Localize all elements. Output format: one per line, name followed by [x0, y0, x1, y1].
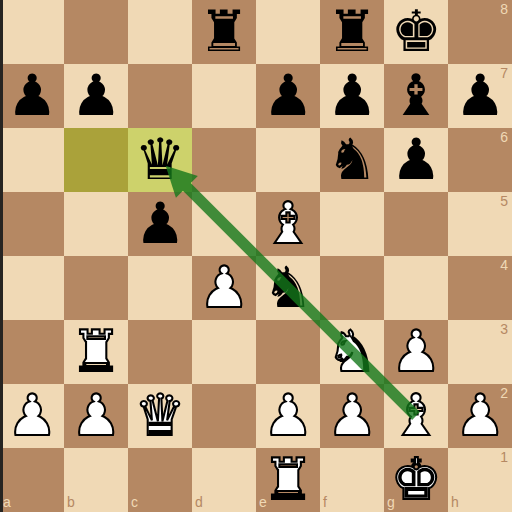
- square-g6[interactable]: ♟: [384, 128, 448, 192]
- black-rook-piece[interactable]: ♜: [198, 3, 249, 60]
- white-knight-piece[interactable]: ♞: [326, 323, 377, 380]
- black-pawn-piece[interactable]: ♟: [262, 67, 313, 124]
- square-g5[interactable]: [384, 192, 448, 256]
- square-f3[interactable]: ♞: [320, 320, 384, 384]
- square-e4[interactable]: ♞: [256, 256, 320, 320]
- white-pawn-piece[interactable]: ♟: [198, 259, 249, 316]
- square-e5[interactable]: ♝: [256, 192, 320, 256]
- square-a5[interactable]: [0, 192, 64, 256]
- square-d3[interactable]: [192, 320, 256, 384]
- square-d6[interactable]: [192, 128, 256, 192]
- black-pawn-piece[interactable]: ♟: [454, 67, 505, 124]
- square-f2[interactable]: ♟: [320, 384, 384, 448]
- square-d7[interactable]: [192, 64, 256, 128]
- square-h3[interactable]: [448, 320, 512, 384]
- white-rook-piece[interactable]: ♜: [70, 323, 121, 380]
- square-d5[interactable]: [192, 192, 256, 256]
- black-pawn-piece[interactable]: ♟: [134, 195, 185, 252]
- white-bishop-piece[interactable]: ♝: [390, 387, 441, 444]
- square-d4[interactable]: ♟: [192, 256, 256, 320]
- square-g4[interactable]: [384, 256, 448, 320]
- square-e3[interactable]: [256, 320, 320, 384]
- white-pawn-piece[interactable]: ♟: [454, 387, 505, 444]
- square-h4[interactable]: [448, 256, 512, 320]
- square-c1[interactable]: [128, 448, 192, 512]
- black-knight-piece[interactable]: ♞: [326, 131, 377, 188]
- square-g8[interactable]: ♚: [384, 0, 448, 64]
- black-pawn-piece[interactable]: ♟: [326, 67, 377, 124]
- square-d8[interactable]: ♜: [192, 0, 256, 64]
- square-a7[interactable]: ♟: [0, 64, 64, 128]
- left-edge-strip: [0, 0, 3, 512]
- square-b7[interactable]: ♟: [64, 64, 128, 128]
- black-pawn-piece[interactable]: ♟: [390, 131, 441, 188]
- square-b2[interactable]: ♟: [64, 384, 128, 448]
- square-h2[interactable]: ♟: [448, 384, 512, 448]
- square-g3[interactable]: ♟: [384, 320, 448, 384]
- white-pawn-piece[interactable]: ♟: [6, 387, 57, 444]
- black-king-piece[interactable]: ♚: [390, 3, 441, 60]
- square-c2[interactable]: ♛: [128, 384, 192, 448]
- square-d2[interactable]: [192, 384, 256, 448]
- square-a3[interactable]: [0, 320, 64, 384]
- chess-board[interactable]: ♜♜♚♟♟♟♟♝♟♛♞♟♟♝♟♞♜♞♟♟♟♛♟♟♝♟♜♚: [0, 0, 512, 512]
- square-h1[interactable]: [448, 448, 512, 512]
- square-e1[interactable]: ♜: [256, 448, 320, 512]
- square-c6[interactable]: ♛: [128, 128, 192, 192]
- square-b6[interactable]: [64, 128, 128, 192]
- black-queen-piece[interactable]: ♛: [134, 131, 185, 188]
- white-pawn-piece[interactable]: ♟: [70, 387, 121, 444]
- black-bishop-piece[interactable]: ♝: [390, 67, 441, 124]
- white-bishop-piece[interactable]: ♝: [262, 195, 313, 252]
- black-pawn-piece[interactable]: ♟: [70, 67, 121, 124]
- square-g7[interactable]: ♝: [384, 64, 448, 128]
- square-h5[interactable]: [448, 192, 512, 256]
- square-h6[interactable]: [448, 128, 512, 192]
- square-h7[interactable]: ♟: [448, 64, 512, 128]
- square-f8[interactable]: ♜: [320, 0, 384, 64]
- square-a1[interactable]: [0, 448, 64, 512]
- square-f4[interactable]: [320, 256, 384, 320]
- square-b8[interactable]: [64, 0, 128, 64]
- black-knight-piece[interactable]: ♞: [262, 259, 313, 316]
- square-a8[interactable]: [0, 0, 64, 64]
- square-a6[interactable]: [0, 128, 64, 192]
- white-rook-piece[interactable]: ♜: [262, 451, 313, 508]
- square-a2[interactable]: ♟: [0, 384, 64, 448]
- square-a4[interactable]: [0, 256, 64, 320]
- white-pawn-piece[interactable]: ♟: [262, 387, 313, 444]
- board-area: ♜♜♚♟♟♟♟♝♟♛♞♟♟♝♟♞♜♞♟♟♟♛♟♟♝♟♜♚ abcdefgh123…: [0, 0, 512, 512]
- square-e2[interactable]: ♟: [256, 384, 320, 448]
- square-g1[interactable]: ♚: [384, 448, 448, 512]
- square-e7[interactable]: ♟: [256, 64, 320, 128]
- white-pawn-piece[interactable]: ♟: [390, 323, 441, 380]
- square-f1[interactable]: [320, 448, 384, 512]
- square-f5[interactable]: [320, 192, 384, 256]
- square-f6[interactable]: ♞: [320, 128, 384, 192]
- square-d1[interactable]: [192, 448, 256, 512]
- white-pawn-piece[interactable]: ♟: [326, 387, 377, 444]
- square-h8[interactable]: [448, 0, 512, 64]
- square-b5[interactable]: [64, 192, 128, 256]
- square-g2[interactable]: ♝: [384, 384, 448, 448]
- square-e8[interactable]: [256, 0, 320, 64]
- square-b1[interactable]: [64, 448, 128, 512]
- square-c8[interactable]: [128, 0, 192, 64]
- square-c3[interactable]: [128, 320, 192, 384]
- square-c4[interactable]: [128, 256, 192, 320]
- square-c5[interactable]: ♟: [128, 192, 192, 256]
- square-f7[interactable]: ♟: [320, 64, 384, 128]
- square-c7[interactable]: [128, 64, 192, 128]
- square-b3[interactable]: ♜: [64, 320, 128, 384]
- white-king-piece[interactable]: ♚: [390, 451, 441, 508]
- white-queen-piece[interactable]: ♛: [134, 387, 185, 444]
- black-rook-piece[interactable]: ♜: [326, 3, 377, 60]
- square-e6[interactable]: [256, 128, 320, 192]
- black-pawn-piece[interactable]: ♟: [6, 67, 57, 124]
- square-b4[interactable]: [64, 256, 128, 320]
